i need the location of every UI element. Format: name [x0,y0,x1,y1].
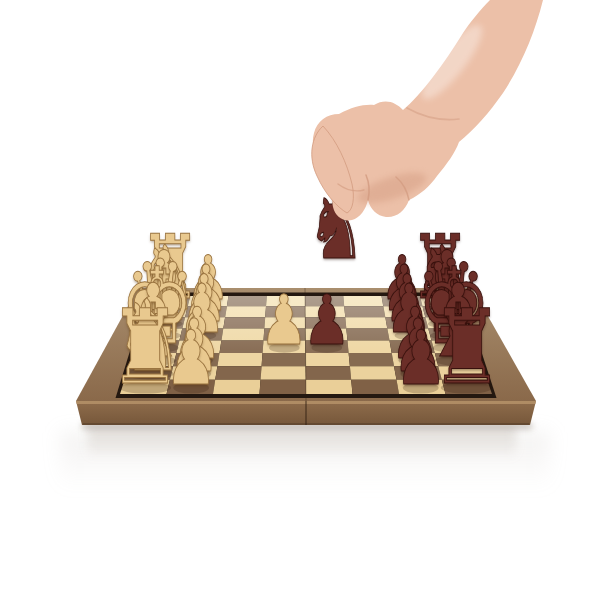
hand [0,0,600,600]
product-photo-scene: ♜♟♜♟♞♟♞♟♝♟♝♟♛♟♛♟♚♟♚♟♝♟♝♟♞♟♟♜♟♜♟ ♞ [0,0,600,600]
